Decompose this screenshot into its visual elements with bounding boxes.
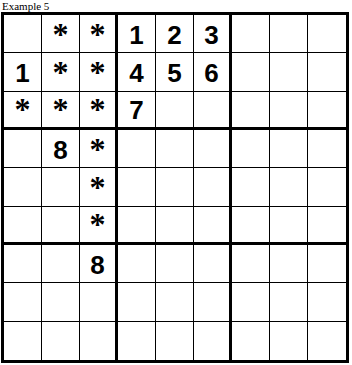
cell-r1c6[interactable]: 3	[194, 15, 232, 53]
cell-r9c5[interactable]	[156, 322, 194, 360]
given-digit: 1	[15, 58, 29, 86]
cell-r8c6[interactable]	[194, 283, 232, 321]
cell-r7c5[interactable]	[156, 245, 194, 283]
cell-r7c1[interactable]	[4, 245, 42, 283]
cell-r9c6[interactable]	[194, 322, 232, 360]
cell-r5c7[interactable]	[232, 168, 270, 206]
cell-r6c7[interactable]	[232, 207, 270, 245]
given-digit: 4	[129, 58, 143, 86]
cell-r8c5[interactable]	[156, 283, 194, 321]
given-digit: 2	[167, 20, 181, 48]
cell-r2c3[interactable]: *	[80, 53, 118, 91]
cell-r9c2[interactable]	[42, 322, 80, 360]
cell-r6c6[interactable]	[194, 207, 232, 245]
cell-r4c9[interactable]	[308, 130, 346, 168]
given-digit: 6	[204, 58, 218, 86]
cell-r1c7[interactable]	[232, 15, 270, 53]
cell-r3c7[interactable]	[232, 92, 270, 130]
star-mark: *	[90, 93, 106, 125]
cell-r4c6[interactable]	[194, 130, 232, 168]
cell-r3c6[interactable]	[194, 92, 232, 130]
cell-r5c3[interactable]: *	[80, 168, 118, 206]
cell-r2c8[interactable]	[270, 53, 308, 91]
cell-r7c9[interactable]	[308, 245, 346, 283]
cell-r1c3[interactable]: *	[80, 15, 118, 53]
cell-r4c4[interactable]	[118, 130, 156, 168]
cell-r3c9[interactable]	[308, 92, 346, 130]
cell-r8c9[interactable]	[308, 283, 346, 321]
cell-r6c8[interactable]	[270, 207, 308, 245]
cell-r3c5[interactable]	[156, 92, 194, 130]
cell-r9c9[interactable]	[308, 322, 346, 360]
star-mark: *	[90, 208, 106, 240]
cell-r5c4[interactable]	[118, 168, 156, 206]
given-digit: 7	[129, 95, 143, 123]
cell-r7c6[interactable]	[194, 245, 232, 283]
cell-r1c4[interactable]: 1	[118, 15, 156, 53]
cell-r4c3[interactable]: *	[80, 130, 118, 168]
cell-r2c2[interactable]: *	[42, 53, 80, 91]
given-digit: 3	[204, 20, 218, 48]
cell-r2c6[interactable]: 6	[194, 53, 232, 91]
cell-r1c5[interactable]: 2	[156, 15, 194, 53]
cell-r3c4[interactable]: 7	[118, 92, 156, 130]
star-mark: *	[15, 93, 31, 125]
cell-r2c7[interactable]	[232, 53, 270, 91]
sudoku-board: **1231**456***78***8	[1, 12, 349, 363]
cell-r7c8[interactable]	[270, 245, 308, 283]
cell-r6c5[interactable]	[156, 207, 194, 245]
cell-r6c4[interactable]	[118, 207, 156, 245]
cell-r4c8[interactable]	[270, 130, 308, 168]
star-mark: *	[53, 93, 69, 125]
cell-r7c3[interactable]: 8	[80, 245, 118, 283]
cell-r6c3[interactable]: *	[80, 207, 118, 245]
cell-r3c2[interactable]: *	[42, 92, 80, 130]
star-mark: *	[90, 56, 106, 88]
cell-r6c1[interactable]	[4, 207, 42, 245]
star-mark: *	[90, 18, 106, 50]
cell-r1c8[interactable]	[270, 15, 308, 53]
given-digit: 1	[129, 20, 143, 48]
cell-r2c5[interactable]: 5	[156, 53, 194, 91]
cell-r1c2[interactable]: *	[42, 15, 80, 53]
cell-r5c1[interactable]	[4, 168, 42, 206]
cell-r9c8[interactable]	[270, 322, 308, 360]
cell-r1c9[interactable]	[308, 15, 346, 53]
cell-r2c4[interactable]: 4	[118, 53, 156, 91]
cell-r8c1[interactable]	[4, 283, 42, 321]
star-mark: *	[53, 56, 69, 88]
cell-r4c2[interactable]: 8	[42, 130, 80, 168]
cell-r2c1[interactable]: 1	[4, 53, 42, 91]
cell-r3c8[interactable]	[270, 92, 308, 130]
cell-r8c8[interactable]	[270, 283, 308, 321]
cell-r5c8[interactable]	[270, 168, 308, 206]
cell-r7c4[interactable]	[118, 245, 156, 283]
cell-r9c4[interactable]	[118, 322, 156, 360]
cell-r6c2[interactable]	[42, 207, 80, 245]
cell-r5c6[interactable]	[194, 168, 232, 206]
cell-r5c5[interactable]	[156, 168, 194, 206]
cell-r9c7[interactable]	[232, 322, 270, 360]
given-digit: 5	[167, 58, 181, 86]
cell-r4c5[interactable]	[156, 130, 194, 168]
cell-r7c2[interactable]	[42, 245, 80, 283]
cell-r8c2[interactable]	[42, 283, 80, 321]
cell-r8c3[interactable]	[80, 283, 118, 321]
cell-r7c7[interactable]	[232, 245, 270, 283]
cell-r3c3[interactable]: *	[80, 92, 118, 130]
given-digit: 8	[90, 250, 104, 278]
cell-r8c4[interactable]	[118, 283, 156, 321]
cell-r4c7[interactable]	[232, 130, 270, 168]
cell-r2c9[interactable]	[308, 53, 346, 91]
cell-r8c7[interactable]	[232, 283, 270, 321]
cell-r9c3[interactable]	[80, 322, 118, 360]
star-mark: *	[53, 18, 69, 50]
page-title: Example 5	[2, 0, 49, 12]
star-mark: *	[90, 133, 106, 165]
cell-r5c9[interactable]	[308, 168, 346, 206]
star-mark: *	[90, 171, 106, 203]
cell-r3c1[interactable]: *	[4, 92, 42, 130]
given-digit: 8	[53, 135, 67, 163]
cell-r1c1[interactable]	[4, 15, 42, 53]
cell-r5c2[interactable]	[42, 168, 80, 206]
cell-r6c9[interactable]	[308, 207, 346, 245]
cell-r9c1[interactable]	[4, 322, 42, 360]
cell-r4c1[interactable]	[4, 130, 42, 168]
